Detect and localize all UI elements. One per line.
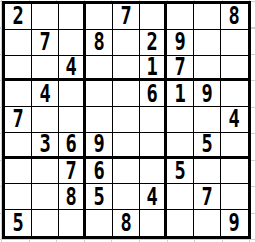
cell-r2c6[interactable]: 2 bbox=[140, 30, 167, 56]
given-digit: 2 bbox=[12, 4, 23, 28]
cell-r6c6[interactable] bbox=[140, 133, 167, 159]
cell-r2c3[interactable] bbox=[59, 30, 86, 56]
cell-r5c3[interactable] bbox=[59, 107, 86, 133]
given-digit: 1 bbox=[146, 56, 157, 79]
given-digit: 3 bbox=[39, 133, 50, 156]
cell-r2c9[interactable] bbox=[221, 30, 248, 56]
spreadsheet-background: 278782941746197436957658547589 bbox=[0, 0, 255, 242]
given-digit: 4 bbox=[146, 185, 157, 209]
cell-r9c3[interactable] bbox=[59, 210, 86, 236]
cell-r4c6[interactable]: 6 bbox=[140, 81, 167, 107]
cell-r9c6[interactable] bbox=[140, 210, 167, 236]
cell-r7c8[interactable] bbox=[194, 159, 221, 185]
given-digit: 7 bbox=[120, 4, 131, 28]
cell-r5c6[interactable] bbox=[140, 107, 167, 133]
cell-r9c1[interactable]: 5 bbox=[5, 210, 32, 236]
cell-r3c1[interactable] bbox=[5, 56, 32, 82]
cell-r6c4[interactable]: 9 bbox=[86, 133, 113, 159]
cell-r3c3[interactable]: 4 bbox=[59, 56, 86, 82]
cell-r3c7[interactable]: 7 bbox=[167, 56, 194, 82]
cell-r5c2[interactable] bbox=[32, 107, 59, 133]
given-digit: 1 bbox=[174, 82, 185, 106]
cell-r3c2[interactable] bbox=[32, 56, 59, 82]
cell-r3c6[interactable]: 1 bbox=[140, 56, 167, 82]
given-digit: 4 bbox=[229, 107, 240, 131]
given-digit: 9 bbox=[93, 133, 104, 156]
cell-r9c2[interactable] bbox=[32, 210, 59, 236]
cell-r1c2[interactable] bbox=[32, 4, 59, 30]
given-digit: 9 bbox=[174, 30, 185, 54]
cell-r1c6[interactable] bbox=[140, 4, 167, 30]
cell-r4c8[interactable]: 9 bbox=[194, 81, 221, 107]
cell-r7c7[interactable]: 5 bbox=[167, 159, 194, 185]
given-digit: 7 bbox=[39, 30, 50, 54]
sudoku-board: 278782941746197436957658547589 bbox=[2, 1, 251, 239]
cell-r4c9[interactable] bbox=[221, 81, 248, 107]
cell-r7c6[interactable] bbox=[140, 159, 167, 185]
cell-r5c8[interactable] bbox=[194, 107, 221, 133]
cell-r6c2[interactable]: 3 bbox=[32, 133, 59, 159]
cell-r1c1[interactable]: 2 bbox=[5, 4, 32, 30]
given-digit: 8 bbox=[93, 30, 104, 54]
cell-r2c8[interactable] bbox=[194, 30, 221, 56]
given-digit: 7 bbox=[65, 159, 76, 183]
cell-r6c7[interactable] bbox=[167, 133, 194, 159]
cell-r2c4[interactable]: 8 bbox=[86, 30, 113, 56]
cell-r1c8[interactable] bbox=[194, 4, 221, 30]
cell-r1c4[interactable] bbox=[86, 4, 113, 30]
given-digit: 4 bbox=[65, 56, 76, 79]
cell-r2c7[interactable]: 9 bbox=[167, 30, 194, 56]
given-digit: 8 bbox=[229, 4, 240, 28]
cell-r8c3[interactable]: 8 bbox=[59, 184, 86, 210]
cell-r8c9[interactable] bbox=[221, 184, 248, 210]
cell-r8c4[interactable]: 5 bbox=[86, 184, 113, 210]
cell-r3c8[interactable] bbox=[194, 56, 221, 82]
given-digit: 5 bbox=[174, 159, 185, 183]
cell-r5c7[interactable] bbox=[167, 107, 194, 133]
cell-r2c5[interactable] bbox=[113, 30, 140, 56]
cell-r4c7[interactable]: 1 bbox=[167, 81, 194, 107]
cell-r1c3[interactable] bbox=[59, 4, 86, 30]
cell-r9c5[interactable]: 8 bbox=[113, 210, 140, 236]
cell-r5c9[interactable]: 4 bbox=[221, 107, 248, 133]
cell-r3c5[interactable] bbox=[113, 56, 140, 82]
cell-r1c7[interactable] bbox=[167, 4, 194, 30]
cell-r6c1[interactable] bbox=[5, 133, 32, 159]
cell-r8c8[interactable]: 7 bbox=[194, 184, 221, 210]
given-digit: 8 bbox=[65, 185, 76, 209]
cell-r9c7[interactable] bbox=[167, 210, 194, 236]
cell-r7c9[interactable] bbox=[221, 159, 248, 185]
cell-r7c3[interactable]: 7 bbox=[59, 159, 86, 185]
given-digit: 2 bbox=[146, 30, 157, 54]
cell-r8c7[interactable] bbox=[167, 184, 194, 210]
cell-r2c2[interactable]: 7 bbox=[32, 30, 59, 56]
given-digit: 9 bbox=[201, 82, 212, 106]
given-digit: 5 bbox=[12, 211, 23, 235]
cell-r1c9[interactable]: 8 bbox=[221, 4, 248, 30]
given-digit: 4 bbox=[39, 82, 50, 106]
cell-r8c1[interactable] bbox=[5, 184, 32, 210]
cell-r4c4[interactable] bbox=[86, 81, 113, 107]
cell-r7c4[interactable]: 6 bbox=[86, 159, 113, 185]
cell-r7c1[interactable] bbox=[5, 159, 32, 185]
given-digit: 8 bbox=[120, 211, 131, 235]
cell-r4c1[interactable] bbox=[5, 81, 32, 107]
cell-r5c1[interactable]: 7 bbox=[5, 107, 32, 133]
cell-r9c9[interactable]: 9 bbox=[221, 210, 248, 236]
given-digit: 6 bbox=[65, 133, 76, 156]
given-digit: 7 bbox=[12, 107, 23, 131]
cell-r6c5[interactable] bbox=[113, 133, 140, 159]
cell-r8c6[interactable]: 4 bbox=[140, 184, 167, 210]
given-digit: 7 bbox=[174, 56, 185, 79]
cell-r5c4[interactable] bbox=[86, 107, 113, 133]
cell-r7c2[interactable] bbox=[32, 159, 59, 185]
cell-r6c9[interactable] bbox=[221, 133, 248, 159]
cell-r8c5[interactable] bbox=[113, 184, 140, 210]
given-digit: 6 bbox=[146, 82, 157, 106]
cell-r6c3[interactable]: 6 bbox=[59, 133, 86, 159]
cell-r9c8[interactable] bbox=[194, 210, 221, 236]
given-digit: 7 bbox=[201, 185, 212, 209]
cell-r4c3[interactable] bbox=[59, 81, 86, 107]
cell-r4c5[interactable] bbox=[113, 81, 140, 107]
cell-r1c5[interactable]: 7 bbox=[113, 4, 140, 30]
cell-r2c1[interactable] bbox=[5, 30, 32, 56]
cell-r9c4[interactable] bbox=[86, 210, 113, 236]
cell-r6c8[interactable]: 5 bbox=[194, 133, 221, 159]
given-digit: 5 bbox=[93, 185, 104, 209]
cell-r3c4[interactable] bbox=[86, 56, 113, 82]
cell-r4c2[interactable]: 4 bbox=[32, 81, 59, 107]
cell-r7c5[interactable] bbox=[113, 159, 140, 185]
given-digit: 5 bbox=[201, 133, 212, 156]
cell-r3c9[interactable] bbox=[221, 56, 248, 82]
cell-r5c5[interactable] bbox=[113, 107, 140, 133]
given-digit: 6 bbox=[93, 159, 104, 183]
cell-r8c2[interactable] bbox=[32, 184, 59, 210]
given-digit: 9 bbox=[229, 211, 240, 235]
